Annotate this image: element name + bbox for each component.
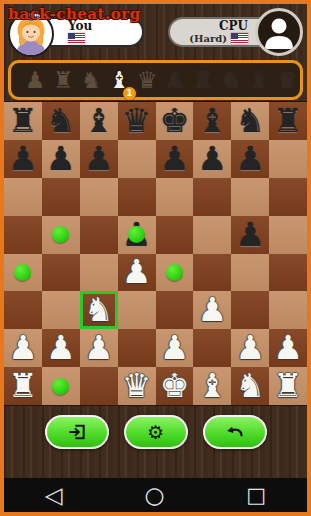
square-c1[interactable] bbox=[80, 367, 118, 405]
square-h2[interactable]: ♟ bbox=[269, 329, 307, 367]
tray-slot-white-knight[interactable]: ♞ bbox=[77, 64, 105, 96]
square-e4[interactable] bbox=[156, 254, 194, 292]
square-b8[interactable]: ♞ bbox=[42, 102, 80, 140]
black-knight[interactable]: ♞ bbox=[235, 103, 265, 139]
white-knight[interactable]: ♞ bbox=[235, 368, 265, 404]
white-knight-icon: ♞ bbox=[81, 66, 102, 94]
player-cpu-name: CPU bbox=[219, 20, 248, 32]
square-c6[interactable] bbox=[80, 178, 118, 216]
tray-slot-white-pawn[interactable]: ♟ bbox=[21, 64, 49, 96]
gear-icon: ⚙ bbox=[147, 423, 164, 442]
black-pawn[interactable]: ♟ bbox=[46, 141, 76, 177]
square-h1[interactable]: ♜ bbox=[269, 367, 307, 405]
square-g2[interactable]: ♟ bbox=[231, 329, 269, 367]
home-icon[interactable]: ○ bbox=[144, 484, 164, 507]
square-f7[interactable]: ♟ bbox=[193, 140, 231, 178]
square-g3[interactable] bbox=[231, 291, 269, 329]
white-pawn[interactable]: ♟ bbox=[84, 330, 114, 366]
square-a3[interactable] bbox=[4, 291, 42, 329]
white-pawn[interactable]: ♟ bbox=[273, 330, 303, 366]
square-f1[interactable]: ♝ bbox=[193, 367, 231, 405]
white-queen[interactable]: ♛ bbox=[122, 368, 152, 404]
square-f5[interactable] bbox=[193, 216, 231, 254]
tray-slot-black-pawn[interactable]: ♟ bbox=[161, 64, 189, 96]
bottom-toolbar: ⚙ bbox=[4, 415, 307, 451]
black-pawn-icon: ♟ bbox=[165, 66, 186, 94]
square-g4[interactable] bbox=[231, 254, 269, 292]
white-rook-icon: ♜ bbox=[53, 66, 74, 94]
black-bishop[interactable]: ♝ bbox=[198, 103, 228, 139]
captured-black-group: ♟♜♞♝♛ bbox=[161, 64, 301, 96]
tray-slot-black-knight[interactable]: ♞ bbox=[217, 64, 245, 96]
white-queen-icon: ♛ bbox=[137, 66, 158, 94]
black-bishop[interactable]: ♝ bbox=[84, 103, 114, 139]
black-rook[interactable]: ♜ bbox=[273, 103, 303, 139]
square-e8[interactable]: ♚ bbox=[156, 102, 194, 140]
black-pawn[interactable]: ♟ bbox=[84, 141, 114, 177]
cpu-difficulty-label: (Hard) bbox=[189, 33, 227, 44]
square-g6[interactable] bbox=[231, 178, 269, 216]
square-g5[interactable]: ♟ bbox=[231, 216, 269, 254]
exit-button[interactable] bbox=[45, 415, 109, 449]
square-f8[interactable]: ♝ bbox=[193, 102, 231, 140]
square-a4[interactable] bbox=[4, 254, 42, 292]
black-bishop-icon: ♝ bbox=[249, 66, 270, 94]
white-king[interactable]: ♚ bbox=[160, 368, 190, 404]
square-c7[interactable]: ♟ bbox=[80, 140, 118, 178]
tray-slot-black-bishop[interactable]: ♝ bbox=[245, 64, 273, 96]
square-e3[interactable] bbox=[156, 291, 194, 329]
android-nav-bar: ◁ ○ □ bbox=[4, 478, 307, 512]
legal-move-dot[interactable] bbox=[14, 264, 31, 281]
white-pawn[interactable]: ♟ bbox=[235, 330, 265, 366]
square-a8[interactable]: ♜ bbox=[4, 102, 42, 140]
square-a6[interactable] bbox=[4, 178, 42, 216]
recents-icon[interactable]: □ bbox=[246, 484, 266, 507]
black-king[interactable]: ♚ bbox=[160, 103, 190, 139]
tray-slot-black-rook[interactable]: ♜ bbox=[189, 64, 217, 96]
square-e7[interactable]: ♟ bbox=[156, 140, 194, 178]
app-screen: hack-cheat.org You CPU (Hard) bbox=[0, 0, 311, 516]
black-rook[interactable]: ♜ bbox=[8, 103, 38, 139]
black-pawn[interactable]: ♟ bbox=[8, 141, 38, 177]
square-b5[interactable] bbox=[42, 216, 80, 254]
square-h6[interactable] bbox=[269, 178, 307, 216]
square-c8[interactable]: ♝ bbox=[80, 102, 118, 140]
square-h7[interactable] bbox=[269, 140, 307, 178]
tray-slot-white-bishop[interactable]: ♝1 bbox=[105, 64, 133, 96]
square-b4[interactable] bbox=[42, 254, 80, 292]
us-flag-icon-cpu bbox=[231, 33, 248, 44]
black-rook-icon: ♜ bbox=[193, 66, 214, 94]
square-c4[interactable] bbox=[80, 254, 118, 292]
square-h3[interactable] bbox=[269, 291, 307, 329]
person-icon bbox=[258, 11, 300, 53]
white-rook[interactable]: ♜ bbox=[273, 368, 303, 404]
black-queen-icon: ♛ bbox=[277, 66, 298, 94]
us-flag-icon-you bbox=[68, 33, 85, 44]
square-d3[interactable] bbox=[118, 291, 156, 329]
square-b6[interactable] bbox=[42, 178, 80, 216]
square-a7[interactable]: ♟ bbox=[4, 140, 42, 178]
legal-move-dot[interactable] bbox=[128, 226, 145, 243]
black-pawn[interactable]: ♟ bbox=[235, 141, 265, 177]
square-g1[interactable]: ♞ bbox=[231, 367, 269, 405]
black-queen[interactable]: ♛ bbox=[122, 103, 152, 139]
square-b2[interactable]: ♟ bbox=[42, 329, 80, 367]
square-g7[interactable]: ♟ bbox=[231, 140, 269, 178]
white-pawn[interactable]: ♟ bbox=[160, 330, 190, 366]
settings-button[interactable]: ⚙ bbox=[124, 415, 188, 449]
white-pawn-icon: ♟ bbox=[25, 66, 46, 94]
square-d7[interactable] bbox=[118, 140, 156, 178]
square-c2[interactable]: ♟ bbox=[80, 329, 118, 367]
square-b1[interactable] bbox=[42, 367, 80, 405]
square-d6[interactable] bbox=[118, 178, 156, 216]
square-c5[interactable] bbox=[80, 216, 118, 254]
square-e2[interactable]: ♟ bbox=[156, 329, 194, 367]
square-c3[interactable]: ♞ bbox=[80, 291, 118, 329]
tray-slot-black-queen[interactable]: ♛ bbox=[273, 64, 301, 96]
undo-arrow-icon bbox=[224, 422, 245, 442]
white-rook[interactable]: ♜ bbox=[8, 368, 38, 404]
white-pawn[interactable]: ♟ bbox=[122, 254, 152, 290]
square-e1[interactable]: ♚ bbox=[156, 367, 194, 405]
square-d1[interactable]: ♛ bbox=[118, 367, 156, 405]
black-pawn[interactable]: ♟ bbox=[235, 217, 265, 253]
exit-icon bbox=[67, 422, 87, 442]
black-pawn[interactable]: ♟ bbox=[198, 141, 228, 177]
captured-white-group: ♟♜♞♝1♛ bbox=[21, 64, 161, 96]
square-h4[interactable] bbox=[269, 254, 307, 292]
square-a1[interactable]: ♜ bbox=[4, 367, 42, 405]
legal-move-dot[interactable] bbox=[52, 378, 69, 395]
square-a5[interactable] bbox=[4, 216, 42, 254]
square-d8[interactable]: ♛ bbox=[118, 102, 156, 140]
chess-board[interactable]: ♜♞♝♛♚♝♞♜♟♟♟♟♟♟♟♟♟♞♟♟♟♟♟♟♟♜♛♚♝♞♜ bbox=[4, 102, 307, 405]
square-d4[interactable]: ♟ bbox=[118, 254, 156, 292]
legal-move-dot[interactable] bbox=[166, 264, 183, 281]
square-d5[interactable]: ♟ bbox=[118, 216, 156, 254]
square-e5[interactable] bbox=[156, 216, 194, 254]
square-h5[interactable] bbox=[269, 216, 307, 254]
captured-pieces-tray: ♟♜♞♝1♛ ♟♜♞♝♛ bbox=[8, 60, 303, 100]
black-knight[interactable]: ♞ bbox=[46, 103, 76, 139]
undo-button[interactable] bbox=[203, 415, 267, 449]
square-f2[interactable] bbox=[193, 329, 231, 367]
white-knight[interactable]: ♞ bbox=[84, 292, 114, 328]
black-knight-icon: ♞ bbox=[221, 66, 242, 94]
white-pawn[interactable]: ♟ bbox=[8, 330, 38, 366]
square-b7[interactable]: ♟ bbox=[42, 140, 80, 178]
square-f6[interactable] bbox=[193, 178, 231, 216]
square-e6[interactable] bbox=[156, 178, 194, 216]
square-d2[interactable] bbox=[118, 329, 156, 367]
back-icon[interactable]: ◁ bbox=[45, 484, 63, 507]
square-f3[interactable]: ♟ bbox=[193, 291, 231, 329]
watermark-text: hack-cheat.org bbox=[8, 5, 141, 23]
player-cpu-avatar[interactable] bbox=[255, 8, 303, 56]
square-f4[interactable] bbox=[193, 254, 231, 292]
square-h8[interactable]: ♜ bbox=[269, 102, 307, 140]
legal-move-dot[interactable] bbox=[52, 226, 69, 243]
square-g8[interactable]: ♞ bbox=[231, 102, 269, 140]
square-a2[interactable]: ♟ bbox=[4, 329, 42, 367]
tray-slot-white-rook[interactable]: ♜ bbox=[49, 64, 77, 96]
black-pawn[interactable]: ♟ bbox=[160, 141, 190, 177]
tray-slot-white-queen[interactable]: ♛ bbox=[133, 64, 161, 96]
white-pawn[interactable]: ♟ bbox=[46, 330, 76, 366]
white-pawn[interactable]: ♟ bbox=[198, 292, 228, 328]
white-bishop[interactable]: ♝ bbox=[198, 368, 228, 404]
square-b3[interactable] bbox=[42, 291, 80, 329]
